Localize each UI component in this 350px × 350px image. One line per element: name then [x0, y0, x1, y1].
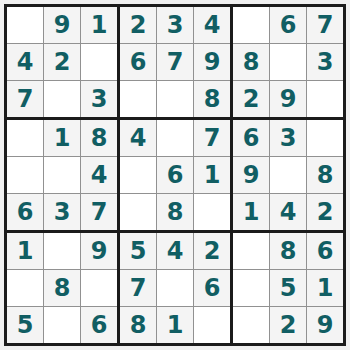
sudoku-cell-r6c3[interactable]: 7 [81, 194, 117, 230]
sudoku-box-3: 678329 [233, 7, 343, 117]
sudoku-cell-r3c3[interactable]: 3 [81, 81, 117, 117]
sudoku-cell-r2c8[interactable] [270, 44, 306, 80]
sudoku-box-5: 47618 [120, 120, 230, 230]
sudoku-cell-r1c2[interactable]: 9 [44, 7, 80, 43]
sudoku-cell-r3c1[interactable]: 7 [7, 81, 43, 117]
sudoku-cell-r4c2[interactable]: 1 [44, 120, 80, 156]
sudoku-cell-r1c7[interactable] [233, 7, 269, 43]
sudoku-cell-r9c3[interactable]: 6 [81, 307, 117, 343]
sudoku-cell-r7c3[interactable]: 9 [81, 233, 117, 269]
sudoku-cell-r1c1[interactable] [7, 7, 43, 43]
sudoku-cell-r8c2[interactable]: 8 [44, 270, 80, 306]
sudoku-box-2: 2346798 [120, 7, 230, 117]
sudoku-cell-r9c7[interactable] [233, 307, 269, 343]
sudoku-cell-r8c1[interactable] [7, 270, 43, 306]
sudoku-cell-r9c4[interactable]: 8 [120, 307, 156, 343]
sudoku-box-8: 5427681 [120, 233, 230, 343]
sudoku-cell-r5c8[interactable] [270, 157, 306, 193]
sudoku-cell-r1c8[interactable]: 6 [270, 7, 306, 43]
sudoku-cell-r6c1[interactable]: 6 [7, 194, 43, 230]
sudoku-cell-r2c1[interactable]: 4 [7, 44, 43, 80]
sudoku-cell-r5c1[interactable] [7, 157, 43, 193]
sudoku-cell-r5c4[interactable] [120, 157, 156, 193]
sudoku-cell-r3c2[interactable] [44, 81, 80, 117]
sudoku-board: 9142732346798678329184637476186398142198… [4, 4, 346, 346]
sudoku-cell-r9c6[interactable] [194, 307, 230, 343]
sudoku-cell-r6c2[interactable]: 3 [44, 194, 80, 230]
sudoku-cell-r4c5[interactable] [157, 120, 193, 156]
sudoku-cell-r5c3[interactable]: 4 [81, 157, 117, 193]
sudoku-cell-r4c7[interactable]: 6 [233, 120, 269, 156]
sudoku-box-6: 6398142 [233, 120, 343, 230]
sudoku-cell-r9c1[interactable]: 5 [7, 307, 43, 343]
sudoku-cell-r1c3[interactable]: 1 [81, 7, 117, 43]
sudoku-cell-r7c7[interactable] [233, 233, 269, 269]
sudoku-cell-r8c9[interactable]: 1 [307, 270, 343, 306]
sudoku-cell-r5c9[interactable]: 8 [307, 157, 343, 193]
sudoku-cell-r5c5[interactable]: 6 [157, 157, 193, 193]
sudoku-cell-r5c6[interactable]: 1 [194, 157, 230, 193]
sudoku-cell-r9c5[interactable]: 1 [157, 307, 193, 343]
sudoku-cell-r2c2[interactable]: 2 [44, 44, 80, 80]
sudoku-cell-r3c6[interactable]: 8 [194, 81, 230, 117]
sudoku-cell-r3c9[interactable] [307, 81, 343, 117]
sudoku-cell-r4c3[interactable]: 8 [81, 120, 117, 156]
sudoku-cell-r8c7[interactable] [233, 270, 269, 306]
sudoku-cell-r6c5[interactable]: 8 [157, 194, 193, 230]
sudoku-cell-r2c5[interactable]: 7 [157, 44, 193, 80]
sudoku-cell-r7c9[interactable]: 6 [307, 233, 343, 269]
sudoku-cell-r9c8[interactable]: 2 [270, 307, 306, 343]
sudoku-cell-r7c5[interactable]: 4 [157, 233, 193, 269]
sudoku-cell-r2c3[interactable] [81, 44, 117, 80]
sudoku-cell-r6c7[interactable]: 1 [233, 194, 269, 230]
sudoku-cell-r5c7[interactable]: 9 [233, 157, 269, 193]
sudoku-cell-r4c6[interactable]: 7 [194, 120, 230, 156]
sudoku-cell-r8c6[interactable]: 6 [194, 270, 230, 306]
sudoku-cell-r2c6[interactable]: 9 [194, 44, 230, 80]
sudoku-cell-r3c8[interactable]: 9 [270, 81, 306, 117]
sudoku-cell-r2c9[interactable]: 3 [307, 44, 343, 80]
sudoku-cell-r7c8[interactable]: 8 [270, 233, 306, 269]
sudoku-cell-r2c7[interactable]: 8 [233, 44, 269, 80]
sudoku-cell-r4c1[interactable] [7, 120, 43, 156]
sudoku-cell-r7c4[interactable]: 5 [120, 233, 156, 269]
sudoku-cell-r1c6[interactable]: 4 [194, 7, 230, 43]
sudoku-cell-r5c2[interactable] [44, 157, 80, 193]
sudoku-cell-r8c3[interactable] [81, 270, 117, 306]
sudoku-cell-r8c4[interactable]: 7 [120, 270, 156, 306]
sudoku-cell-r7c2[interactable] [44, 233, 80, 269]
sudoku-cell-r6c6[interactable] [194, 194, 230, 230]
sudoku-cell-r8c5[interactable] [157, 270, 193, 306]
sudoku-cell-r9c9[interactable]: 9 [307, 307, 343, 343]
sudoku-cell-r9c2[interactable] [44, 307, 80, 343]
sudoku-box-1: 914273 [7, 7, 117, 117]
sudoku-box-9: 865129 [233, 233, 343, 343]
sudoku-cell-r2c4[interactable]: 6 [120, 44, 156, 80]
sudoku-box-4: 184637 [7, 120, 117, 230]
sudoku-cell-r1c9[interactable]: 7 [307, 7, 343, 43]
sudoku-cell-r4c4[interactable]: 4 [120, 120, 156, 156]
sudoku-cell-r3c4[interactable] [120, 81, 156, 117]
sudoku-cell-r6c9[interactable]: 2 [307, 194, 343, 230]
sudoku-cell-r4c9[interactable] [307, 120, 343, 156]
sudoku-cell-r1c4[interactable]: 2 [120, 7, 156, 43]
sudoku-box-7: 19856 [7, 233, 117, 343]
sudoku-cell-r6c8[interactable]: 4 [270, 194, 306, 230]
sudoku-cell-r4c8[interactable]: 3 [270, 120, 306, 156]
sudoku-cell-r3c7[interactable]: 2 [233, 81, 269, 117]
sudoku-cell-r7c1[interactable]: 1 [7, 233, 43, 269]
sudoku-cell-r1c5[interactable]: 3 [157, 7, 193, 43]
sudoku-cell-r6c4[interactable] [120, 194, 156, 230]
sudoku-cell-r3c5[interactable] [157, 81, 193, 117]
sudoku-cell-r7c6[interactable]: 2 [194, 233, 230, 269]
sudoku-cell-r8c8[interactable]: 5 [270, 270, 306, 306]
